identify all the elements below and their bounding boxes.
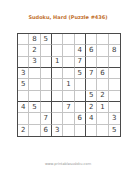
sudoku-cell-r3c6: 7 <box>75 57 86 68</box>
sudoku-cell-r8c3: 7 <box>41 113 52 124</box>
sudoku-cell-r8c1 <box>18 113 29 124</box>
sudoku-cell-r3c4: 1 <box>52 57 63 68</box>
sudoku-cell-r6c4 <box>52 91 63 102</box>
sudoku-cell-r9c6 <box>75 125 86 136</box>
sudoku-cell-r4c3 <box>41 68 52 79</box>
sudoku-cell-r8c6: 6 <box>75 113 86 124</box>
page-title: Sudoku, Hard (Puzzle #436) <box>0 14 136 20</box>
sudoku-cell-r4c2 <box>29 68 40 79</box>
sudoku-grid: 852468317357651524572176432635 <box>18 34 120 136</box>
sudoku-cell-r2c3 <box>41 45 52 56</box>
sudoku-cell-r8c2 <box>29 113 40 124</box>
sudoku-cell-r1c8 <box>97 34 108 45</box>
sudoku-cell-r4c1: 3 <box>18 68 29 79</box>
sudoku-cell-r1c3: 5 <box>41 34 52 45</box>
sudoku-cell-r6c5 <box>63 91 74 102</box>
sudoku-cell-r8c8 <box>97 113 108 124</box>
sudoku-cell-r4c8: 6 <box>97 68 108 79</box>
sudoku-cell-r4c6: 5 <box>75 68 86 79</box>
sudoku-cell-r9c3: 6 <box>41 125 52 136</box>
sudoku-cell-r8c9: 3 <box>109 113 120 124</box>
sudoku-cell-r2c1 <box>18 45 29 56</box>
sudoku-cell-r9c2 <box>29 125 40 136</box>
sudoku-cell-r4c5 <box>63 68 74 79</box>
sudoku-cell-r2c5 <box>63 45 74 56</box>
sudoku-cell-r4c4 <box>52 68 63 79</box>
sudoku-cell-r7c2: 5 <box>29 102 40 113</box>
sudoku-cell-r1c7 <box>86 34 97 45</box>
sudoku-cell-r2c8 <box>97 45 108 56</box>
sudoku-cell-r9c9: 5 <box>109 125 120 136</box>
sudoku-cell-r5c8 <box>97 79 108 90</box>
sudoku-cell-r4c9 <box>109 68 120 79</box>
sudoku-cell-r1c2: 8 <box>29 34 40 45</box>
sudoku-cell-r3c2: 3 <box>29 57 40 68</box>
sudoku-cell-r2c9: 8 <box>109 45 120 56</box>
sudoku-cell-r7c8: 1 <box>97 102 108 113</box>
sudoku-cell-r3c3 <box>41 57 52 68</box>
sudoku-cell-r7c6 <box>75 102 86 113</box>
sudoku-cell-r5c2 <box>29 79 40 90</box>
sudoku-cell-r2c6: 4 <box>75 45 86 56</box>
sudoku-cell-r6c9 <box>109 91 120 102</box>
sudoku-cell-r8c4 <box>52 113 63 124</box>
sudoku-cell-r4c7: 7 <box>86 68 97 79</box>
sudoku-cell-r2c2: 2 <box>29 45 40 56</box>
sudoku-cell-r9c7 <box>86 125 97 136</box>
sudoku-cell-r5c3 <box>41 79 52 90</box>
sudoku-cell-r1c9 <box>109 34 120 45</box>
sudoku-board-border: 852468317357651524572176432635 <box>17 33 121 137</box>
sudoku-cell-r6c6 <box>75 91 86 102</box>
sudoku-cell-r9c4: 3 <box>52 125 63 136</box>
sudoku-cell-r6c2 <box>29 91 40 102</box>
sudoku-cell-r3c8 <box>97 57 108 68</box>
sudoku-cell-r7c3 <box>41 102 52 113</box>
sudoku-sheet: Sudoku, Hard (Puzzle #436) 8524683173576… <box>0 0 136 176</box>
sudoku-cell-r1c5 <box>63 34 74 45</box>
sudoku-cell-r3c1 <box>18 57 29 68</box>
sudoku-cell-r3c5 <box>63 57 74 68</box>
sudoku-cell-r7c4 <box>52 102 63 113</box>
sudoku-cell-r5c5: 1 <box>63 79 74 90</box>
sudoku-cell-r7c9 <box>109 102 120 113</box>
sudoku-cell-r3c9 <box>109 57 120 68</box>
sudoku-cell-r6c1 <box>18 91 29 102</box>
sudoku-cell-r1c6 <box>75 34 86 45</box>
sudoku-cell-r5c4 <box>52 79 63 90</box>
sudoku-cell-r2c4 <box>52 45 63 56</box>
sudoku-cell-r1c1 <box>18 34 29 45</box>
sudoku-cell-r6c3 <box>41 91 52 102</box>
sudoku-cell-r8c5 <box>63 113 74 124</box>
sudoku-cell-r9c5 <box>63 125 74 136</box>
sudoku-cell-r5c6 <box>75 79 86 90</box>
sudoku-cell-r5c1: 5 <box>18 79 29 90</box>
sudoku-cell-r5c7 <box>86 79 97 90</box>
sudoku-cell-r7c7: 2 <box>86 102 97 113</box>
sudoku-cell-r7c1: 4 <box>18 102 29 113</box>
sudoku-cell-r3c7 <box>86 57 97 68</box>
sudoku-cell-r8c7: 4 <box>86 113 97 124</box>
sudoku-cell-r6c8: 2 <box>97 91 108 102</box>
sudoku-cell-r9c1: 2 <box>18 125 29 136</box>
sudoku-cell-r2c7: 6 <box>86 45 97 56</box>
sudoku-cell-r1c4 <box>52 34 63 45</box>
sudoku-cell-r7c5: 7 <box>63 102 74 113</box>
sudoku-cell-r6c7: 5 <box>86 91 97 102</box>
footer-url: www.printablesudoku.com <box>0 162 136 166</box>
sudoku-cell-r9c8 <box>97 125 108 136</box>
sudoku-cell-r5c9 <box>109 79 120 90</box>
